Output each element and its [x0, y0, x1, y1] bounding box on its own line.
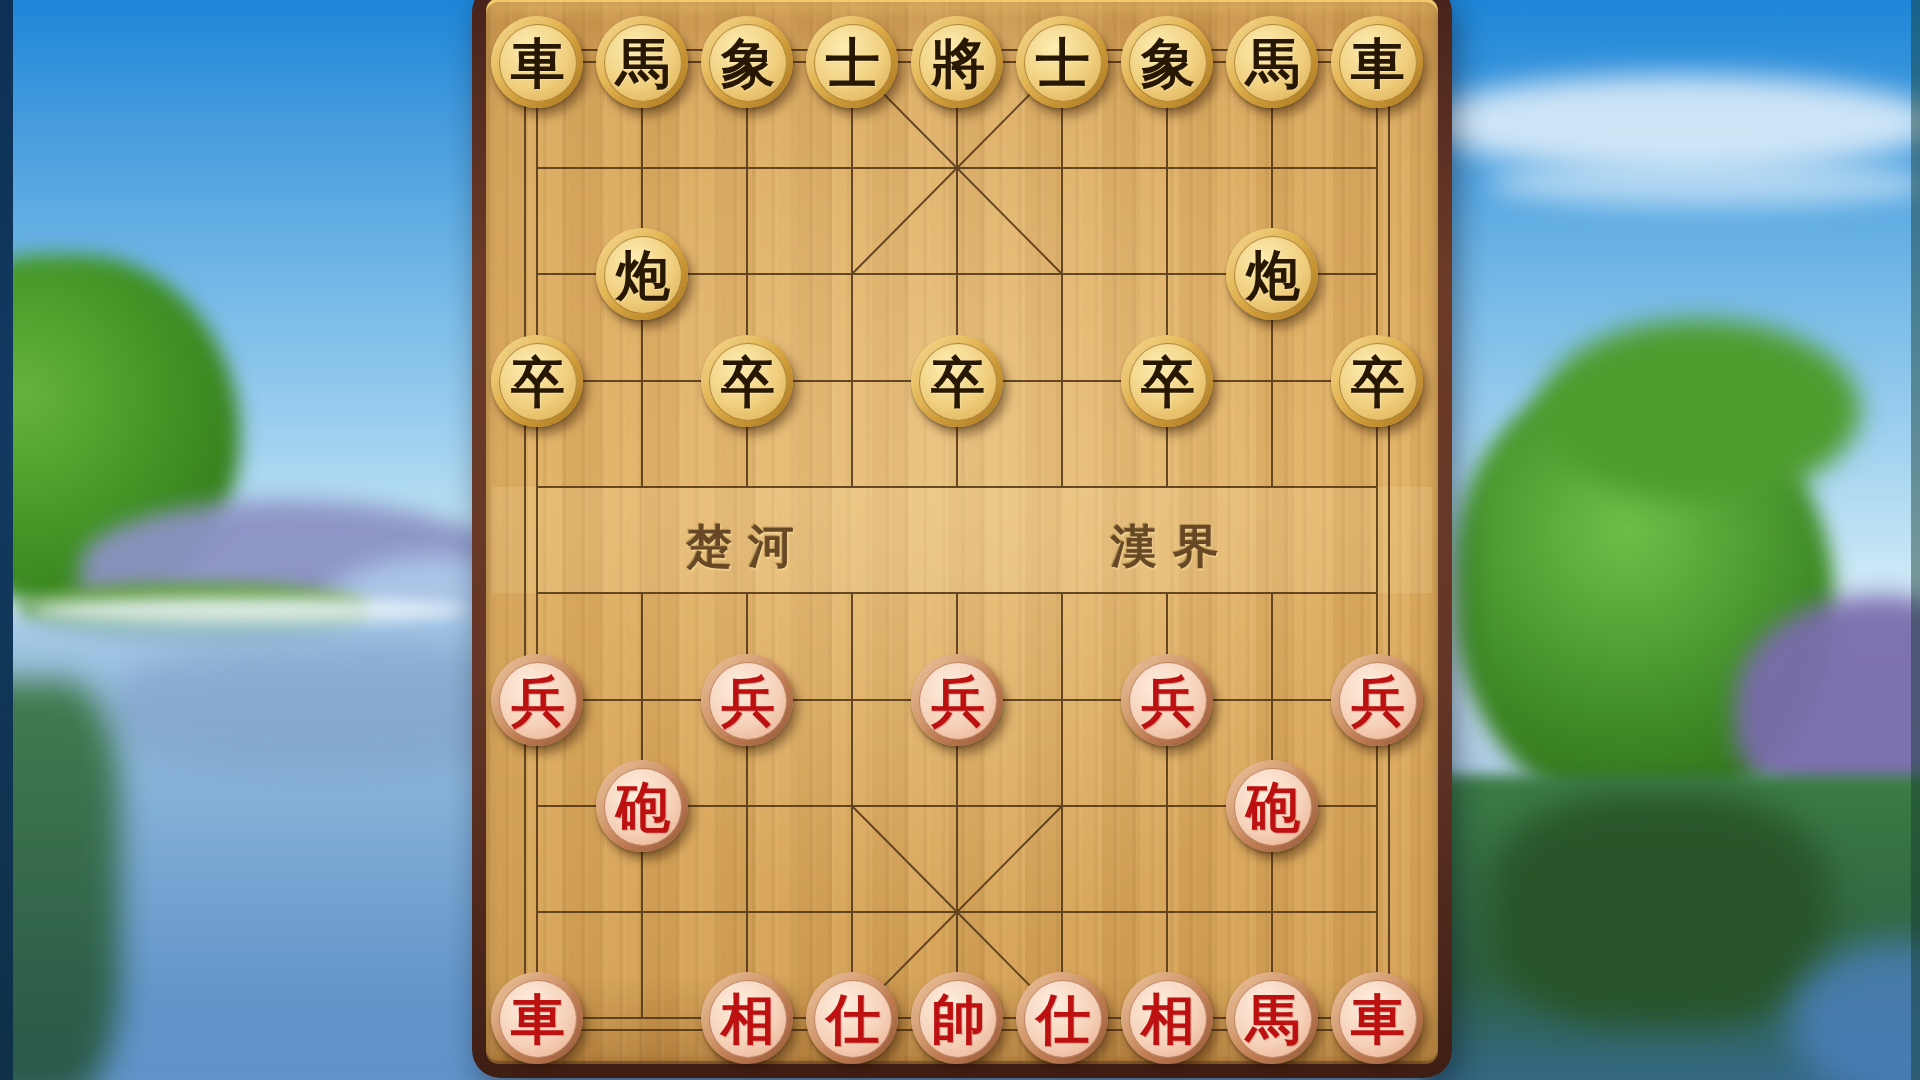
piece-black-chariot[interactable]: 車: [1331, 16, 1423, 108]
piece-black-elephant[interactable]: 象: [701, 16, 793, 108]
piece-char: 炮: [616, 248, 670, 302]
piece-face: 象: [709, 24, 787, 102]
piece-char: 士: [826, 36, 880, 90]
piece-char: 砲: [1246, 780, 1300, 834]
piece-char: 相: [1141, 992, 1195, 1046]
piece-black-soldier[interactable]: 卒: [1331, 335, 1423, 427]
screen: { "game": "xiangqi", "scene": "chinese-c…: [0, 0, 1920, 1080]
piece-char: 馬: [616, 36, 670, 90]
piece-face: 炮: [604, 236, 682, 314]
piece-char: 兵: [931, 674, 985, 728]
piece-char: 馬: [1246, 992, 1300, 1046]
piece-red-soldier[interactable]: 兵: [1331, 654, 1423, 746]
piece-char: 車: [1351, 36, 1405, 90]
piece-face: 卒: [1339, 343, 1417, 421]
piece-face: 兵: [1129, 662, 1207, 740]
piece-red-advisor[interactable]: 仕: [1016, 972, 1108, 1064]
piece-char: 車: [511, 992, 565, 1046]
water-shine: [30, 597, 470, 623]
piece-face: 炮: [1234, 236, 1312, 314]
piece-char: 卒: [721, 355, 775, 409]
piece-face: 卒: [919, 343, 997, 421]
piece-face: 車: [1339, 980, 1417, 1058]
piece-face: 兵: [709, 662, 787, 740]
piece-face: 兵: [1339, 662, 1417, 740]
piece-red-soldier[interactable]: 兵: [701, 654, 793, 746]
piece-red-cannon[interactable]: 砲: [1226, 760, 1318, 852]
piece-red-chariot[interactable]: 車: [1331, 972, 1423, 1064]
piece-char: 兵: [721, 674, 775, 728]
piece-black-soldier[interactable]: 卒: [911, 335, 1003, 427]
piece-char: 兵: [1141, 674, 1195, 728]
piece-black-cannon[interactable]: 炮: [596, 228, 688, 320]
piece-red-soldier[interactable]: 兵: [1121, 654, 1213, 746]
piece-char: 兵: [1351, 674, 1405, 728]
piece-black-horse[interactable]: 馬: [1226, 16, 1318, 108]
piece-face: 相: [1129, 980, 1207, 1058]
screen-edge-left: [0, 0, 13, 1080]
piece-char: 馬: [1246, 36, 1300, 90]
piece-red-general[interactable]: 帥: [911, 972, 1003, 1064]
piece-face: 砲: [1234, 768, 1312, 846]
piece-face: 卒: [499, 343, 577, 421]
piece-red-advisor[interactable]: 仕: [806, 972, 898, 1064]
river-label-chu-he: 楚河: [638, 514, 858, 578]
piece-red-soldier[interactable]: 兵: [491, 654, 583, 746]
piece-char: 相: [721, 992, 775, 1046]
piece-char: 帥: [931, 992, 985, 1046]
piece-face: 馬: [604, 24, 682, 102]
piece-char: 炮: [1246, 248, 1300, 302]
piece-face: 車: [499, 980, 577, 1058]
piece-red-soldier[interactable]: 兵: [911, 654, 1003, 746]
piece-black-general[interactable]: 將: [911, 16, 1003, 108]
xiangqi-board[interactable]: [486, 0, 1438, 1064]
screen-edge-right: [1911, 0, 1920, 1080]
piece-face: 士: [1024, 24, 1102, 102]
piece-face: 士: [814, 24, 892, 102]
piece-face: 卒: [709, 343, 787, 421]
piece-char: 卒: [1141, 355, 1195, 409]
piece-face: 帥: [919, 980, 997, 1058]
piece-face: 象: [1129, 24, 1207, 102]
piece-red-elephant[interactable]: 相: [701, 972, 793, 1064]
piece-red-horse[interactable]: 馬: [1226, 972, 1318, 1064]
cloud: [1490, 160, 1920, 208]
piece-char: 兵: [511, 674, 565, 728]
piece-red-elephant[interactable]: 相: [1121, 972, 1213, 1064]
board-grid: [486, 0, 1438, 1064]
piece-face: 馬: [1234, 980, 1312, 1058]
piece-face: 兵: [919, 662, 997, 740]
piece-char: 車: [1351, 992, 1405, 1046]
tree-reflection-left: [0, 680, 120, 1080]
piece-black-cannon[interactable]: 炮: [1226, 228, 1318, 320]
piece-char: 象: [1141, 36, 1195, 90]
piece-black-chariot[interactable]: 車: [491, 16, 583, 108]
piece-black-soldier[interactable]: 卒: [1121, 335, 1213, 427]
piece-char: 卒: [931, 355, 985, 409]
board-frame: [472, 0, 1452, 1078]
piece-black-advisor[interactable]: 士: [1016, 16, 1108, 108]
piece-char: 將: [931, 36, 985, 90]
piece-black-soldier[interactable]: 卒: [701, 335, 793, 427]
piece-char: 仕: [1036, 992, 1090, 1046]
piece-char: 仕: [826, 992, 880, 1046]
piece-char: 象: [721, 36, 775, 90]
piece-red-cannon[interactable]: 砲: [596, 760, 688, 852]
piece-face: 相: [709, 980, 787, 1058]
piece-face: 卒: [1129, 343, 1207, 421]
piece-face: 仕: [1024, 980, 1102, 1058]
trees-right-top: [1540, 320, 1860, 500]
piece-char: 卒: [1351, 355, 1405, 409]
piece-char: 士: [1036, 36, 1090, 90]
piece-char: 車: [511, 36, 565, 90]
cloud: [1420, 75, 1920, 170]
piece-black-soldier[interactable]: 卒: [491, 335, 583, 427]
tree-reflection-right: [1490, 795, 1830, 1025]
piece-char: 砲: [616, 780, 670, 834]
piece-red-chariot[interactable]: 車: [491, 972, 583, 1064]
piece-face: 將: [919, 24, 997, 102]
piece-char: 卒: [511, 355, 565, 409]
piece-face: 兵: [499, 662, 577, 740]
piece-face: 車: [499, 24, 577, 102]
piece-black-elephant[interactable]: 象: [1121, 16, 1213, 108]
piece-black-advisor[interactable]: 士: [806, 16, 898, 108]
piece-face: 馬: [1234, 24, 1312, 102]
piece-face: 砲: [604, 768, 682, 846]
piece-face: 車: [1339, 24, 1417, 102]
piece-face: 仕: [814, 980, 892, 1058]
piece-black-horse[interactable]: 馬: [596, 16, 688, 108]
river-label-han-jie: 漢界: [1063, 514, 1283, 578]
